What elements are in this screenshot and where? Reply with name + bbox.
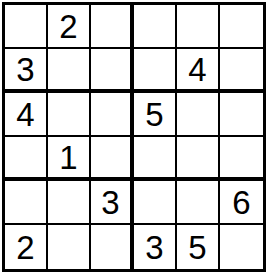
cell-r4c5[interactable] bbox=[177, 137, 220, 181]
cell-r4c6[interactable] bbox=[220, 137, 263, 181]
cell-r4c2[interactable]: 1 bbox=[48, 137, 91, 181]
cell-r5c6[interactable]: 6 bbox=[220, 181, 263, 225]
cell-r1c3[interactable] bbox=[91, 5, 134, 49]
cell-r5c2[interactable] bbox=[48, 181, 91, 225]
cell-r5c4[interactable] bbox=[134, 181, 177, 225]
cell-r6c1[interactable]: 2 bbox=[5, 225, 48, 269]
cell-r1c1[interactable] bbox=[5, 5, 48, 49]
cell-r3c4[interactable]: 5 bbox=[134, 93, 177, 137]
cell-r6c4[interactable]: 3 bbox=[134, 225, 177, 269]
cell-r2c4[interactable] bbox=[134, 49, 177, 93]
cell-r3c5[interactable] bbox=[177, 93, 220, 137]
cell-r1c4[interactable] bbox=[134, 5, 177, 49]
cell-r3c3[interactable] bbox=[91, 93, 134, 137]
cell-r5c3[interactable]: 3 bbox=[91, 181, 134, 225]
cell-r2c1[interactable]: 3 bbox=[5, 49, 48, 93]
cell-r5c5[interactable] bbox=[177, 181, 220, 225]
cell-r4c4[interactable] bbox=[134, 137, 177, 181]
cell-r6c5[interactable]: 5 bbox=[177, 225, 220, 269]
cell-r6c3[interactable] bbox=[91, 225, 134, 269]
cell-r1c2[interactable]: 2 bbox=[48, 5, 91, 49]
cell-r6c2[interactable] bbox=[48, 225, 91, 269]
cell-r1c5[interactable] bbox=[177, 5, 220, 49]
sudoku-page: 2 3 4 4 5 1 3 6 2 3 bbox=[0, 0, 267, 273]
cell-r2c2[interactable] bbox=[48, 49, 91, 93]
cell-r6c6[interactable] bbox=[220, 225, 263, 269]
cell-r4c3[interactable] bbox=[91, 137, 134, 181]
cell-r3c2[interactable] bbox=[48, 93, 91, 137]
cell-r3c1[interactable]: 4 bbox=[5, 93, 48, 137]
cell-r2c5[interactable]: 4 bbox=[177, 49, 220, 93]
cell-r4c1[interactable] bbox=[5, 137, 48, 181]
sudoku-board: 2 3 4 4 5 1 3 6 2 3 bbox=[2, 2, 266, 272]
cell-r5c1[interactable] bbox=[5, 181, 48, 225]
cell-r2c3[interactable] bbox=[91, 49, 134, 93]
cell-r1c6[interactable] bbox=[220, 5, 263, 49]
cell-r2c6[interactable] bbox=[220, 49, 263, 93]
cell-r3c6[interactable] bbox=[220, 93, 263, 137]
